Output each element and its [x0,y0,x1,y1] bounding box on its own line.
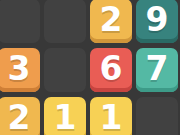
tile-value: 2 [100,0,123,39]
tile-7[interactable]: 7 [136,48,178,92]
empty-cell [44,0,86,43]
tile-value: 2 [8,98,31,136]
empty-cell [136,97,178,135]
tile-9[interactable]: 9 [136,0,178,43]
empty-cell [0,0,40,43]
tile-1[interactable]: 1 [90,97,132,135]
board: 29367211 [0,0,178,135]
empty-cell [44,48,86,92]
tile-value: 6 [100,49,123,88]
tile-value: 9 [146,0,169,39]
tile-6[interactable]: 6 [90,48,132,92]
tile-3[interactable]: 3 [0,48,40,92]
tile-value: 1 [100,98,123,136]
tile-value: 7 [146,49,169,88]
tile-1[interactable]: 1 [44,97,86,135]
tile-2[interactable]: 2 [90,0,132,43]
tile-2[interactable]: 2 [0,97,40,135]
tile-value: 3 [8,49,31,88]
game-screen: 29367211 [0,0,180,135]
tile-value: 1 [54,98,77,136]
